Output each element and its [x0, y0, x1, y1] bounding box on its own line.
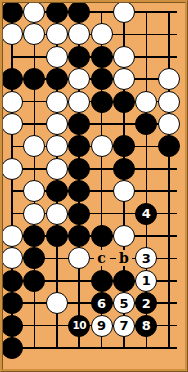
stone-white: [158, 91, 180, 113]
stone-black: [68, 158, 90, 180]
move-1-stone-white: 1: [135, 270, 157, 292]
stone-white: [23, 23, 45, 45]
stone-white: [46, 113, 68, 135]
point-label-c: c: [94, 250, 110, 266]
move-2-stone-black: 2: [135, 292, 157, 314]
stone-black: [158, 135, 180, 157]
stone-white: [46, 23, 68, 45]
move-number: 5: [119, 296, 128, 309]
move-4-stone-black: 4: [135, 203, 157, 225]
stone-white: [1, 225, 23, 247]
stone-black: [23, 68, 45, 90]
stone-white: [23, 1, 45, 23]
move-5-stone-white: 5: [113, 292, 135, 314]
stone-black: [91, 68, 113, 90]
stone-white: [91, 23, 113, 45]
stone-black: [68, 1, 90, 23]
stone-black: [68, 135, 90, 157]
stone-white: [68, 68, 90, 90]
stone-black: [91, 225, 113, 247]
stone-black: [23, 225, 45, 247]
move-number: 10: [72, 320, 86, 331]
stone-white: [1, 113, 23, 135]
stone-black: [1, 292, 23, 314]
stone-black: [1, 337, 23, 359]
move-9-stone-white: 9: [91, 315, 113, 337]
stone-white: [158, 68, 180, 90]
stone-black: [68, 113, 90, 135]
stone-white: [46, 91, 68, 113]
stone-white: [68, 91, 90, 113]
stone-black: [91, 270, 113, 292]
stone-black: [46, 180, 68, 202]
stone-black: [46, 1, 68, 23]
stone-black: [113, 91, 135, 113]
stone-black: [46, 68, 68, 90]
stone-white: [158, 113, 180, 135]
stone-white: [23, 135, 45, 157]
move-number: 3: [142, 251, 151, 264]
stone-white: [46, 46, 68, 68]
move-number: 9: [97, 319, 106, 332]
move-10-stone-black: 10: [68, 315, 90, 337]
grid-line-horizontal: [12, 347, 177, 349]
stone-black: [135, 113, 157, 135]
stone-white: [46, 292, 68, 314]
stone-black: [23, 270, 45, 292]
stone-black: [68, 225, 90, 247]
stone-black: [68, 203, 90, 225]
move-number: 6: [97, 296, 106, 309]
stone-white: [23, 203, 45, 225]
stone-black: [91, 91, 113, 113]
stone-white: [23, 180, 45, 202]
stone-black: [113, 158, 135, 180]
move-number: 8: [142, 319, 151, 332]
stone-white: [113, 180, 135, 202]
move-number: 2: [142, 296, 151, 309]
stone-white: [68, 247, 90, 269]
stone-black: [68, 180, 90, 202]
move-number: 7: [119, 319, 128, 332]
move-6-stone-black: 6: [91, 292, 113, 314]
go-board: 43165210978cb: [0, 0, 188, 372]
stone-black: [1, 68, 23, 90]
stone-black: [23, 247, 45, 269]
stone-white: [113, 1, 135, 23]
move-3-stone-white: 3: [135, 247, 157, 269]
stone-white: [113, 46, 135, 68]
stone-white: [46, 135, 68, 157]
stone-black: [113, 270, 135, 292]
move-number: 4: [142, 207, 151, 220]
move-number: 1: [142, 274, 151, 287]
stone-white: [113, 68, 135, 90]
stone-white: [68, 23, 90, 45]
stone-black: [91, 46, 113, 68]
stone-white: [1, 23, 23, 45]
stone-white: [1, 91, 23, 113]
stone-black: [46, 225, 68, 247]
stone-white: [46, 203, 68, 225]
stone-black: [1, 1, 23, 23]
stone-white: [46, 158, 68, 180]
move-7-stone-white: 7: [113, 315, 135, 337]
grid-line-horizontal: [12, 168, 177, 170]
move-8-stone-black: 8: [135, 315, 157, 337]
stone-white: [113, 225, 135, 247]
stone-black: [1, 270, 23, 292]
grid-line-vertical: [168, 12, 170, 348]
stone-black: [1, 315, 23, 337]
stone-white: [91, 135, 113, 157]
stone-white: [135, 91, 157, 113]
stone-white: [1, 158, 23, 180]
stone-black: [68, 46, 90, 68]
point-label-b: b: [116, 250, 132, 266]
stone-white: [1, 247, 23, 269]
stone-black: [113, 135, 135, 157]
